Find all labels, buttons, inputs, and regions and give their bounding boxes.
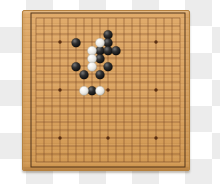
white-stone[interactable] [96,38,105,47]
star-point [106,88,109,91]
star-point [58,136,61,139]
white-stone[interactable] [80,86,89,95]
star-point [58,40,61,43]
black-stone[interactable] [104,30,113,39]
black-stone[interactable] [104,62,113,71]
black-stone[interactable] [96,46,105,55]
white-stone[interactable] [88,54,97,63]
star-point [106,136,109,139]
black-stone[interactable] [88,86,97,95]
star-point [154,88,157,91]
black-stone[interactable] [112,46,121,55]
black-stone[interactable] [96,70,105,79]
star-point [154,40,157,43]
black-stone[interactable] [80,70,89,79]
white-stone[interactable] [88,46,97,55]
go-board-grid [23,11,189,170]
black-stone[interactable] [104,38,113,47]
star-point [58,88,61,91]
black-stone[interactable] [104,46,113,55]
black-stone[interactable] [72,62,81,71]
star-point [154,136,157,139]
white-stone[interactable] [96,86,105,95]
go-board[interactable] [22,10,190,171]
white-stone[interactable] [88,62,97,71]
black-stone[interactable] [72,38,81,47]
black-stone[interactable] [96,54,105,63]
